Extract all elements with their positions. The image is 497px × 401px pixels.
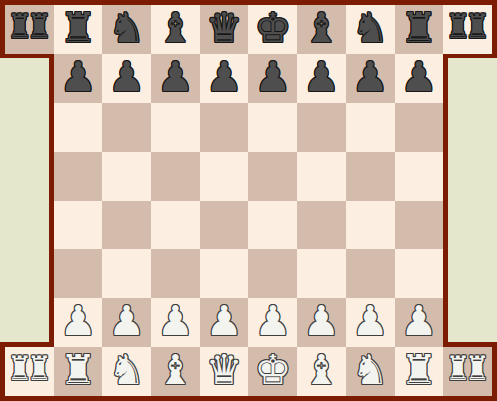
white-rook-piece[interactable]: ♜ xyxy=(60,350,97,391)
square-r2c7[interactable]: ♟ xyxy=(297,54,346,103)
white-cannon-piece[interactable]: ♜♜ xyxy=(446,351,490,385)
off-board-area xyxy=(443,249,492,298)
square-r8c10[interactable]: ♜♜ xyxy=(443,347,492,396)
square-r7c3[interactable]: ♟ xyxy=(102,298,151,347)
square-r7c6[interactable]: ♟ xyxy=(248,298,297,347)
square-r5c9[interactable] xyxy=(395,201,444,250)
square-r5c3[interactable] xyxy=(102,201,151,250)
white-pawn-piece[interactable]: ♟ xyxy=(303,301,340,342)
square-r1c1[interactable]: ♜♜ xyxy=(5,5,54,54)
square-r4c9[interactable] xyxy=(395,152,444,201)
square-r1c10[interactable]: ♜♜ xyxy=(443,5,492,54)
square-r4c3[interactable] xyxy=(102,152,151,201)
square-r6c7[interactable] xyxy=(297,249,346,298)
white-pawn-piece[interactable]: ♟ xyxy=(352,301,389,342)
white-queen-piece[interactable]: ♛ xyxy=(206,350,243,391)
square-r2c6[interactable]: ♟ xyxy=(248,54,297,103)
white-pawn-piece[interactable]: ♟ xyxy=(108,301,145,342)
square-r3c3[interactable] xyxy=(102,103,151,152)
square-r6c6[interactable] xyxy=(248,249,297,298)
black-knight-piece[interactable]: ♞ xyxy=(352,8,389,49)
square-r7c7[interactable]: ♟ xyxy=(297,298,346,347)
square-r2c8[interactable]: ♟ xyxy=(346,54,395,103)
off-board-area xyxy=(443,103,492,152)
off-board-area xyxy=(443,54,492,103)
square-r3c7[interactable] xyxy=(297,103,346,152)
square-r5c2[interactable] xyxy=(54,201,103,250)
square-r5c5[interactable] xyxy=(200,201,249,250)
square-r7c8[interactable]: ♟ xyxy=(346,298,395,347)
square-r5c6[interactable] xyxy=(248,201,297,250)
off-board-area xyxy=(443,201,492,250)
square-r3c6[interactable] xyxy=(248,103,297,152)
white-bishop-piece[interactable]: ♝ xyxy=(157,350,194,391)
white-pawn-piece[interactable]: ♟ xyxy=(254,301,291,342)
square-r1c2[interactable]: ♜ xyxy=(54,5,103,54)
black-pawn-piece[interactable]: ♟ xyxy=(206,57,243,98)
square-r8c2[interactable]: ♜ xyxy=(54,347,103,396)
square-r6c3[interactable] xyxy=(102,249,151,298)
black-rook-piece[interactable]: ♜ xyxy=(60,8,97,49)
white-bishop-piece[interactable]: ♝ xyxy=(303,350,340,391)
square-r3c2[interactable] xyxy=(54,103,103,152)
square-r8c7[interactable]: ♝ xyxy=(297,347,346,396)
square-r8c9[interactable]: ♜ xyxy=(395,347,444,396)
square-r8c6[interactable]: ♚ xyxy=(248,347,297,396)
white-pawn-piece[interactable]: ♟ xyxy=(206,301,243,342)
chess-variant-board-window: ♜♜♜♞♝♛♚♝♞♜♜♜♟♟♟♟♟♟♟♟♟♟♟♟♟♟♟♟♜♜♜♞♝♛♚♝♞♜♜♜ xyxy=(0,0,497,401)
white-pawn-piece[interactable]: ♟ xyxy=(60,301,97,342)
square-r7c5[interactable]: ♟ xyxy=(200,298,249,347)
square-r1c7[interactable]: ♝ xyxy=(297,5,346,54)
off-board-area xyxy=(5,152,54,201)
square-r8c5[interactable]: ♛ xyxy=(200,347,249,396)
square-r7c2[interactable]: ♟ xyxy=(54,298,103,347)
white-rook-piece[interactable]: ♜ xyxy=(400,350,437,391)
white-pawn-piece[interactable]: ♟ xyxy=(157,301,194,342)
off-board-area xyxy=(443,152,492,201)
square-r7c9[interactable]: ♟ xyxy=(395,298,444,347)
game-board: ♜♜♜♞♝♛♚♝♞♜♜♜♟♟♟♟♟♟♟♟♟♟♟♟♟♟♟♟♜♜♜♞♝♛♚♝♞♜♜♜ xyxy=(5,5,492,396)
square-r4c6[interactable] xyxy=(248,152,297,201)
black-pawn-piece[interactable]: ♟ xyxy=(352,57,389,98)
square-r8c4[interactable]: ♝ xyxy=(151,347,200,396)
square-r1c3[interactable]: ♞ xyxy=(102,5,151,54)
square-r2c5[interactable]: ♟ xyxy=(200,54,249,103)
square-r5c7[interactable] xyxy=(297,201,346,250)
square-r5c8[interactable] xyxy=(346,201,395,250)
square-r2c3[interactable]: ♟ xyxy=(102,54,151,103)
black-pawn-piece[interactable]: ♟ xyxy=(303,57,340,98)
white-knight-piece[interactable]: ♞ xyxy=(108,350,145,391)
square-r2c4[interactable]: ♟ xyxy=(151,54,200,103)
square-r6c9[interactable] xyxy=(395,249,444,298)
black-rook-piece[interactable]: ♜ xyxy=(400,8,437,49)
square-r4c4[interactable] xyxy=(151,152,200,201)
square-r4c7[interactable] xyxy=(297,152,346,201)
square-r3c4[interactable] xyxy=(151,103,200,152)
square-r1c6[interactable]: ♚ xyxy=(248,5,297,54)
white-king-piece[interactable]: ♚ xyxy=(254,350,291,391)
square-r2c2[interactable]: ♟ xyxy=(54,54,103,103)
white-cannon-piece[interactable]: ♜♜ xyxy=(8,351,52,385)
white-knight-piece[interactable]: ♞ xyxy=(352,350,389,391)
square-r6c4[interactable] xyxy=(151,249,200,298)
square-r4c8[interactable] xyxy=(346,152,395,201)
black-bishop-piece[interactable]: ♝ xyxy=(303,8,340,49)
black-pawn-piece[interactable]: ♟ xyxy=(60,57,97,98)
square-r1c9[interactable]: ♜ xyxy=(395,5,444,54)
square-r3c8[interactable] xyxy=(346,103,395,152)
off-board-area xyxy=(5,249,54,298)
square-r4c5[interactable] xyxy=(200,152,249,201)
square-r2c9[interactable]: ♟ xyxy=(395,54,444,103)
square-r6c2[interactable] xyxy=(54,249,103,298)
off-board-area xyxy=(5,54,54,103)
square-r1c8[interactable]: ♞ xyxy=(346,5,395,54)
off-board-area xyxy=(5,103,54,152)
black-king-piece[interactable]: ♚ xyxy=(254,8,291,49)
off-board-area xyxy=(443,298,492,347)
off-board-area xyxy=(5,298,54,347)
black-cannon-piece[interactable]: ♜♜ xyxy=(446,9,490,43)
black-queen-piece[interactable]: ♛ xyxy=(206,8,243,49)
square-r6c5[interactable] xyxy=(200,249,249,298)
square-r3c5[interactable] xyxy=(200,103,249,152)
black-pawn-piece[interactable]: ♟ xyxy=(108,57,145,98)
white-pawn-piece[interactable]: ♟ xyxy=(400,301,437,342)
black-pawn-piece[interactable]: ♟ xyxy=(157,57,194,98)
square-r8c3[interactable]: ♞ xyxy=(102,347,151,396)
black-cannon-piece[interactable]: ♜♜ xyxy=(8,9,52,43)
square-r4c2[interactable] xyxy=(54,152,103,201)
square-r5c4[interactable] xyxy=(151,201,200,250)
square-r1c5[interactable]: ♛ xyxy=(200,5,249,54)
square-r7c4[interactable]: ♟ xyxy=(151,298,200,347)
black-bishop-piece[interactable]: ♝ xyxy=(157,8,194,49)
square-r1c4[interactable]: ♝ xyxy=(151,5,200,54)
off-board-area xyxy=(5,201,54,250)
black-pawn-piece[interactable]: ♟ xyxy=(400,57,437,98)
square-r8c1[interactable]: ♜♜ xyxy=(5,347,54,396)
black-knight-piece[interactable]: ♞ xyxy=(108,8,145,49)
black-pawn-piece[interactable]: ♟ xyxy=(254,57,291,98)
square-r6c8[interactable] xyxy=(346,249,395,298)
square-r8c8[interactable]: ♞ xyxy=(346,347,395,396)
square-r3c9[interactable] xyxy=(395,103,444,152)
